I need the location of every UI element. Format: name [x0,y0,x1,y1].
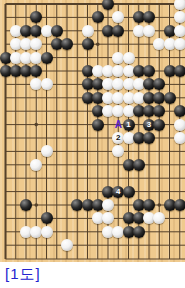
black-stone [174,65,185,77]
black-stone [174,105,185,117]
black-stone [133,159,145,171]
white-stone [41,78,53,90]
white-stone [174,119,185,131]
white-stone [102,199,114,211]
black-stone [41,52,53,64]
white-stone [41,145,53,157]
black-stone [41,212,53,224]
white-stone [174,132,185,144]
go-diagram-page: 1234A [1도] [0,0,185,288]
caption-text: [1도] [5,265,41,284]
black-stone [112,25,124,37]
black-stone [20,199,32,211]
white-stone [41,226,53,238]
white-stone [174,11,185,23]
black-stone [123,186,135,198]
black-stone [82,38,94,50]
white-stone [30,159,42,171]
star-point [34,123,38,127]
black-stone [133,226,145,238]
diagram-caption: [1도] [0,262,185,288]
black-stone [153,119,165,131]
star-point [157,203,161,207]
white-stone [174,38,185,50]
go-board: 1234A [0,0,185,262]
white-stone [174,0,185,10]
white-stone [123,52,135,64]
star-point [96,42,100,46]
white-stone [143,25,155,37]
white-stone [82,25,94,37]
star-point [34,203,38,207]
white-stone [174,25,185,37]
black-stone [92,119,104,131]
letter-mark-A: A [112,118,124,131]
black-stone [51,25,63,37]
black-stone [143,65,155,77]
black-stone [174,199,185,211]
black-stone [123,119,135,131]
black-stone [143,199,155,211]
black-stone [143,132,155,144]
black-stone [164,92,176,104]
